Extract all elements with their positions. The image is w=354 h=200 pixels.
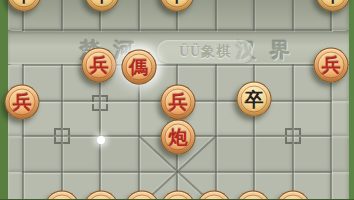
- piece-black-g6[interactable]: 卒: [237, 81, 272, 116]
- move-origin-dot: [97, 136, 106, 145]
- grid-line-vertical: [61, 0, 63, 31]
- piece-glyph: 兵: [322, 55, 341, 74]
- piece-glyph: 卒: [324, 0, 343, 4]
- point-marker-b7: [54, 128, 70, 144]
- board-tile: [331, 172, 349, 200]
- piece-glyph: 兵: [169, 92, 188, 111]
- board-tile: [331, 101, 349, 137]
- piece-glyph: 炮: [169, 128, 188, 147]
- piece-glyph: 傌: [129, 58, 148, 77]
- point-marker-corner: [54, 137, 61, 144]
- board-tile: [8, 172, 23, 200]
- board-tile: [331, 136, 349, 172]
- grid-line-vertical: [215, 64, 217, 199]
- piece-glyph: 卒: [245, 89, 264, 108]
- grid-line-vertical: [99, 64, 101, 199]
- point-marker-corner: [101, 104, 108, 111]
- piece-glyph: 卒: [168, 0, 187, 4]
- piece-red-a6[interactable]: 兵: [5, 84, 40, 119]
- point-marker-c6: [92, 95, 108, 111]
- app-logo-plaque: ÜÜ象棋: [157, 40, 253, 63]
- grid-line-vertical: [292, 0, 294, 31]
- grid-line-vertical: [253, 0, 255, 31]
- board-tile: [100, 136, 139, 172]
- point-marker-corner: [294, 128, 301, 135]
- board-tile: [8, 136, 23, 172]
- board-tile: [216, 136, 255, 172]
- grid-line-vertical: [138, 0, 140, 31]
- piece-red-e6[interactable]: 兵: [161, 84, 196, 119]
- point-marker-h7: [285, 128, 301, 144]
- piece-red-i5[interactable]: 兵: [314, 47, 349, 82]
- point-marker-corner: [92, 95, 99, 102]
- piece-glyph: 兵: [90, 56, 109, 75]
- piece-glyph: 兵: [13, 92, 32, 111]
- point-marker-corner: [294, 137, 301, 144]
- grid-line-vertical: [215, 0, 217, 31]
- board-tile: [254, 0, 293, 30]
- xiangqi-game-screen: 楚河 汉界 ÜÜ象棋 卒卒卒卒兵傌兵兵兵卒炮: [0, 0, 354, 199]
- piece-red-e7[interactable]: 炮: [161, 120, 196, 155]
- app-watermark-text: ÜÜ象棋: [179, 43, 231, 61]
- point-marker-corner: [101, 95, 108, 102]
- point-marker-corner: [92, 104, 99, 111]
- piece-red-d5[interactable]: 傌: [121, 50, 156, 85]
- piece-glyph: 卒: [93, 0, 112, 4]
- point-marker-corner: [285, 128, 292, 135]
- point-marker-corner: [54, 128, 61, 135]
- board-tile: [216, 0, 255, 30]
- grid-line-vertical: [330, 64, 332, 199]
- point-marker-corner: [285, 137, 292, 144]
- piece-red-c5[interactable]: 兵: [82, 48, 117, 83]
- piece-glyph: 卒: [15, 0, 34, 4]
- point-marker-corner: [63, 137, 70, 144]
- point-marker-corner: [63, 128, 70, 135]
